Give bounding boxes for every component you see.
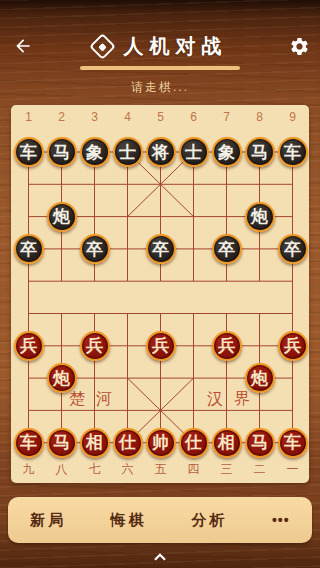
piece-label: 象: [86, 144, 103, 161]
piece-label: 兵: [152, 337, 169, 354]
piece-label: 兵: [86, 337, 103, 354]
piece-black-卒[interactable]: 卒: [14, 234, 44, 264]
piece-black-士[interactable]: 士: [179, 137, 209, 167]
status-message: 请走棋...: [0, 79, 320, 96]
gear-icon: [289, 36, 310, 57]
piece-black-卒[interactable]: 卒: [80, 234, 110, 264]
piece-label: 仕: [119, 434, 136, 451]
piece-red-马[interactable]: 马: [47, 428, 77, 458]
piece-red-炮[interactable]: 炮: [47, 363, 77, 393]
piece-label: 卒: [86, 241, 103, 258]
piece-red-相[interactable]: 相: [212, 428, 242, 458]
piece-label: 卒: [284, 241, 301, 258]
piece-black-象[interactable]: 象: [80, 137, 110, 167]
file-numbers-bottom: 九八七六五四三二一: [12, 461, 309, 478]
piece-label: 马: [251, 144, 268, 161]
piece-label: 卒: [218, 241, 235, 258]
piece-red-仕[interactable]: 仕: [179, 428, 209, 458]
piece-label: 炮: [53, 370, 70, 387]
piece-grid[interactable]: 车马象士将士象马车炮炮卒卒卒卒卒兵兵兵兵兵炮炮车马相仕帅仕相马车: [12, 136, 309, 459]
file-numbers-top: 123456789: [12, 110, 309, 124]
piece-black-马[interactable]: 马: [245, 137, 275, 167]
piece-label: 马: [53, 434, 70, 451]
piece-label: 卒: [20, 241, 37, 258]
piece-black-卒[interactable]: 卒: [146, 234, 176, 264]
expand-panel-button[interactable]: [0, 547, 320, 567]
piece-red-仕[interactable]: 仕: [113, 428, 143, 458]
piece-label: 车: [284, 434, 301, 451]
piece-label: 将: [152, 144, 169, 161]
piece-label: 马: [53, 144, 70, 161]
piece-red-兵[interactable]: 兵: [80, 331, 110, 361]
piece-black-车[interactable]: 车: [278, 137, 308, 167]
piece-red-兵[interactable]: 兵: [278, 331, 308, 361]
piece-black-炮[interactable]: 炮: [245, 202, 275, 232]
piece-black-象[interactable]: 象: [212, 137, 242, 167]
piece-black-卒[interactable]: 卒: [278, 234, 308, 264]
piece-red-兵[interactable]: 兵: [146, 331, 176, 361]
piece-black-卒[interactable]: 卒: [212, 234, 242, 264]
piece-red-马[interactable]: 马: [245, 428, 275, 458]
piece-red-炮[interactable]: 炮: [245, 363, 275, 393]
bottom-toolbar: 新局 悔棋 分析 •••: [8, 497, 312, 543]
piece-label: 士: [119, 144, 136, 161]
piece-black-将[interactable]: 将: [146, 137, 176, 167]
piece-red-车[interactable]: 车: [278, 428, 308, 458]
piece-label: 相: [218, 434, 235, 451]
piece-black-炮[interactable]: 炮: [47, 202, 77, 232]
more-options-button[interactable]: •••: [272, 512, 290, 528]
xiangqi-board[interactable]: 123456789 楚河 汉界 车马象士将士象马车炮炮卒卒卒卒卒兵兵兵兵兵炮炮车…: [11, 105, 309, 483]
piece-label: 兵: [284, 337, 301, 354]
settings-button[interactable]: [286, 33, 312, 59]
app-brand: 人机对战: [0, 31, 320, 61]
chevron-up-icon: [150, 547, 170, 567]
piece-label: 车: [284, 144, 301, 161]
piece-label: 炮: [251, 208, 268, 225]
piece-label: 帅: [152, 434, 169, 451]
piece-label: 卒: [152, 241, 169, 258]
piece-label: 车: [20, 144, 37, 161]
piece-label: 兵: [20, 337, 37, 354]
piece-red-相[interactable]: 相: [80, 428, 110, 458]
piece-label: 炮: [251, 370, 268, 387]
piece-red-帅[interactable]: 帅: [146, 428, 176, 458]
undo-move-button[interactable]: 悔棋: [111, 511, 147, 530]
piece-red-兵[interactable]: 兵: [14, 331, 44, 361]
piece-red-兵[interactable]: 兵: [212, 331, 242, 361]
piece-label: 相: [86, 434, 103, 451]
analyze-button[interactable]: 分析: [191, 511, 227, 530]
piece-black-士[interactable]: 士: [113, 137, 143, 167]
page-title: 人机对战: [124, 33, 228, 60]
piece-label: 炮: [53, 208, 70, 225]
new-game-button[interactable]: 新局: [30, 511, 66, 530]
piece-label: 车: [20, 434, 37, 451]
piece-label: 士: [185, 144, 202, 161]
piece-label: 仕: [185, 434, 202, 451]
diamond-icon: [89, 33, 116, 60]
piece-red-车[interactable]: 车: [14, 428, 44, 458]
piece-black-车[interactable]: 车: [14, 137, 44, 167]
piece-label: 兵: [218, 337, 235, 354]
piece-label: 象: [218, 144, 235, 161]
piece-black-马[interactable]: 马: [47, 137, 77, 167]
piece-label: 马: [251, 434, 268, 451]
title-underline: [80, 66, 240, 70]
